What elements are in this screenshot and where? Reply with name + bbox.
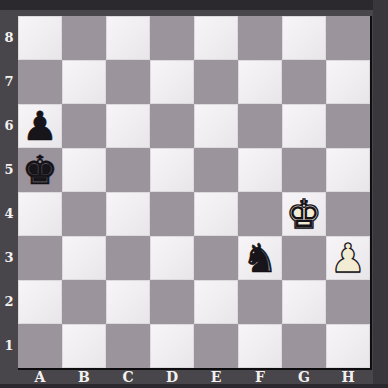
square-c5[interactable] [106,148,150,192]
square-f1[interactable] [238,324,282,368]
square-b8[interactable] [62,16,106,60]
square-g6[interactable] [282,104,326,148]
square-a8[interactable] [18,16,62,60]
square-h4[interactable] [326,192,370,236]
square-b5[interactable] [62,148,106,192]
file-label-d: D [150,370,194,384]
square-b2[interactable] [62,280,106,324]
file-label-e: E [194,370,238,384]
square-e1[interactable] [194,324,238,368]
file-label-c: C [106,370,150,384]
square-a4[interactable] [18,192,62,236]
square-a7[interactable] [18,60,62,104]
square-h1[interactable] [326,324,370,368]
square-d4[interactable] [150,192,194,236]
square-h5[interactable] [326,148,370,192]
rank-label-1: 1 [0,324,18,368]
square-c2[interactable] [106,280,150,324]
black-king-piece[interactable]: ♚ [18,148,62,192]
square-h2[interactable] [326,280,370,324]
square-h7[interactable] [326,60,370,104]
rank-labels: 87654321 [0,16,18,368]
file-labels: ABCDEFGH [18,370,370,384]
rank-label-2: 2 [0,280,18,324]
file-label-f: F [238,370,282,384]
square-d1[interactable] [150,324,194,368]
square-b6[interactable] [62,104,106,148]
square-a5[interactable]: ♚ [18,148,62,192]
black-knight-piece[interactable]: ♞ [238,236,282,280]
square-b7[interactable] [62,60,106,104]
chess-board[interactable]: ♟♚♚♞♟ [18,16,372,370]
square-g4[interactable]: ♚ [282,192,326,236]
square-b1[interactable] [62,324,106,368]
white-king-piece[interactable]: ♚ [282,192,326,236]
file-label-g: G [282,370,326,384]
square-e4[interactable] [194,192,238,236]
chess-board-window: 87654321 ♟♚♚♞♟ ABCDEFGH [0,0,388,388]
square-g3[interactable] [282,236,326,280]
square-a3[interactable] [18,236,62,280]
square-g8[interactable] [282,16,326,60]
square-h6[interactable] [326,104,370,148]
square-d6[interactable] [150,104,194,148]
window-top-band [0,0,388,10]
square-c6[interactable] [106,104,150,148]
square-c3[interactable] [106,236,150,280]
square-c7[interactable] [106,60,150,104]
window-right-band [373,0,388,388]
rank-label-7: 7 [0,60,18,104]
square-g1[interactable] [282,324,326,368]
square-f3[interactable]: ♞ [238,236,282,280]
square-f2[interactable] [238,280,282,324]
black-pawn-piece[interactable]: ♟ [18,104,62,148]
square-c8[interactable] [106,16,150,60]
square-c4[interactable] [106,192,150,236]
rank-label-3: 3 [0,236,18,280]
square-g7[interactable] [282,60,326,104]
square-e6[interactable] [194,104,238,148]
file-label-b: B [62,370,106,384]
square-a1[interactable] [18,324,62,368]
square-d8[interactable] [150,16,194,60]
square-h3[interactable]: ♟ [326,236,370,280]
window-bottom-band [0,384,388,388]
square-g5[interactable] [282,148,326,192]
square-f4[interactable] [238,192,282,236]
square-d5[interactable] [150,148,194,192]
rank-label-4: 4 [0,192,18,236]
rank-label-6: 6 [0,104,18,148]
square-e3[interactable] [194,236,238,280]
rank-label-5: 5 [0,148,18,192]
white-pawn-piece[interactable]: ♟ [326,236,370,280]
square-g2[interactable] [282,280,326,324]
square-a6[interactable]: ♟ [18,104,62,148]
square-e5[interactable] [194,148,238,192]
rank-label-8: 8 [0,16,18,60]
file-label-a: A [18,370,62,384]
square-h8[interactable] [326,16,370,60]
square-e8[interactable] [194,16,238,60]
square-d2[interactable] [150,280,194,324]
square-a2[interactable] [18,280,62,324]
square-d7[interactable] [150,60,194,104]
file-label-h: H [326,370,370,384]
square-c1[interactable] [106,324,150,368]
square-f6[interactable] [238,104,282,148]
square-f5[interactable] [238,148,282,192]
square-b4[interactable] [62,192,106,236]
square-e2[interactable] [194,280,238,324]
square-f7[interactable] [238,60,282,104]
square-d3[interactable] [150,236,194,280]
square-f8[interactable] [238,16,282,60]
square-e7[interactable] [194,60,238,104]
square-b3[interactable] [62,236,106,280]
